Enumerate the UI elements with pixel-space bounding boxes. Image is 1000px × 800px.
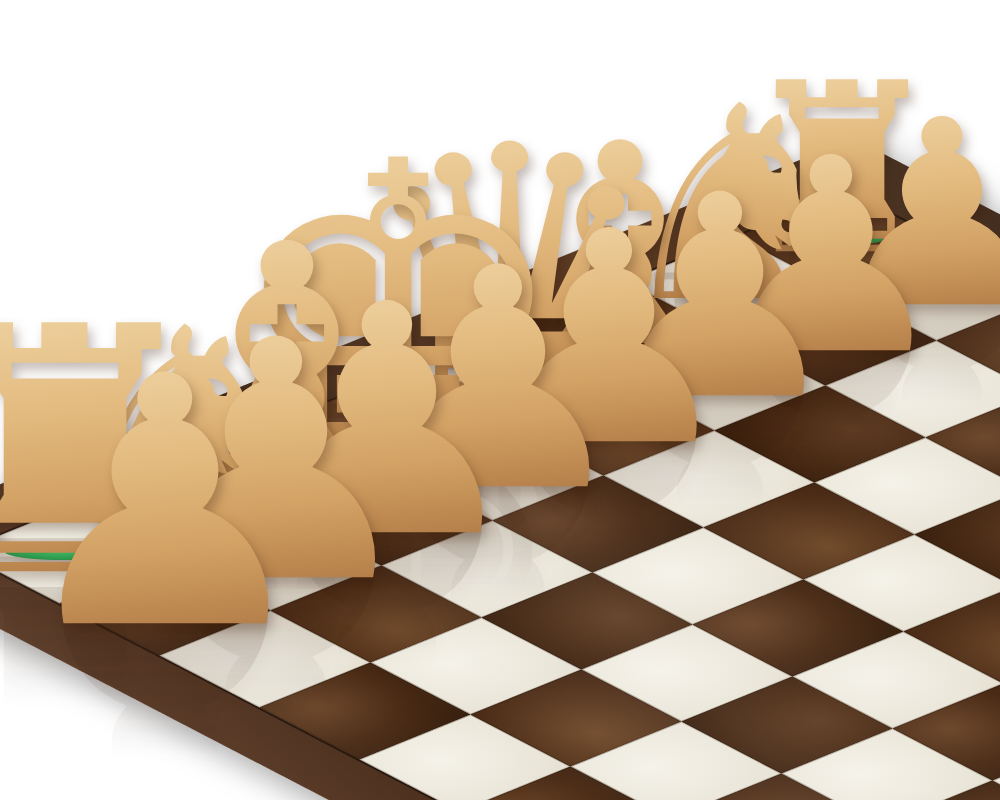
chess-set-photo: ♜♜♞♞♟♟♝♝♟♟♛♛♟♟♚♚♟♟♝♝♟♟♞♞♟♟♜♜♟♟♟♟ bbox=[0, 0, 1000, 800]
chess-board bbox=[0, 138, 1000, 800]
playing-area bbox=[0, 192, 1000, 800]
